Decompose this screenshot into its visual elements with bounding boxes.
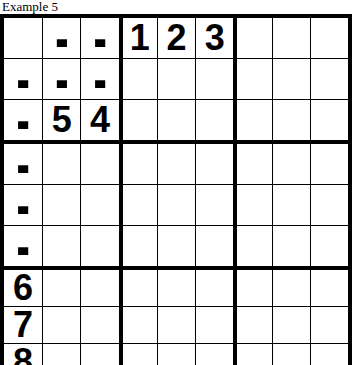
cell-r4c5[interactable] [157,140,195,184]
cell-r6c3[interactable] [80,225,118,266]
cell-r9c5[interactable] [157,343,195,365]
cell-r2c5[interactable] [157,58,195,99]
cell-r5c9[interactable] [310,184,348,225]
cell-r1c5[interactable]: 2 [157,18,195,58]
cell-r3c5[interactable] [157,99,195,140]
cell-r4c3[interactable] [80,140,118,184]
cell-r9c9[interactable] [310,343,348,365]
cell-r3c7[interactable] [233,99,271,140]
cell-r9c3[interactable] [80,343,118,365]
cell-value: 2 [166,20,186,56]
cell-r1c6[interactable]: 3 [195,18,233,58]
cell-value: 8 [13,344,33,365]
cell-r4c8[interactable] [272,140,310,184]
cell-r7c3[interactable] [80,266,118,306]
cell-r8c4[interactable] [119,306,157,343]
cell-r2c6[interactable] [195,58,233,99]
cell-r1c7[interactable] [233,18,271,58]
cell-r9c1[interactable]: 8 [4,343,42,365]
cell-r7c8[interactable] [272,266,310,306]
cell-r2c7[interactable] [233,58,271,99]
cell-r9c2[interactable] [42,343,80,365]
cell-r5c3[interactable] [80,184,118,225]
cell-r2c2[interactable]: - [42,58,80,99]
cell-value: 3 [205,20,225,56]
cell-r7c9[interactable] [310,266,348,306]
cell-r1c4[interactable]: 1 [119,18,157,58]
cell-r4c2[interactable] [42,140,80,184]
cell-r7c4[interactable] [119,266,157,306]
cell-r6c5[interactable] [157,225,195,266]
cell-r6c1[interactable]: - [4,225,42,266]
cell-r5c4[interactable] [119,184,157,225]
cell-r1c9[interactable] [310,18,348,58]
cell-r5c6[interactable] [195,184,233,225]
cell-r3c9[interactable] [310,99,348,140]
cell-r4c7[interactable] [233,140,271,184]
cell-r8c7[interactable] [233,306,271,343]
cell-r8c6[interactable] [195,306,233,343]
sudoku-page: Example 5 --123----54---678 [0,0,352,365]
cell-value: 7 [13,307,33,343]
cell-value: - [16,214,29,278]
cell-r3c8[interactable] [272,99,310,140]
cell-r2c4[interactable] [119,58,157,99]
cell-r8c5[interactable] [157,306,195,343]
cell-r5c2[interactable] [42,184,80,225]
cell-r8c9[interactable] [310,306,348,343]
cell-r9c7[interactable] [233,343,271,365]
cell-r8c8[interactable] [272,306,310,343]
cell-r8c2[interactable] [42,306,80,343]
cell-r2c9[interactable] [310,58,348,99]
cell-r7c7[interactable] [233,266,271,306]
sudoku-board: --123----54---678 [0,14,352,365]
cell-r5c8[interactable] [272,184,310,225]
cell-r5c5[interactable] [157,184,195,225]
cell-r4c9[interactable] [310,140,348,184]
cell-value: - [55,47,68,111]
cell-value: 1 [130,20,150,56]
cell-r7c5[interactable] [157,266,195,306]
cell-r7c2[interactable] [42,266,80,306]
cell-r8c1[interactable]: 7 [4,306,42,343]
page-title: Example 5 [2,0,58,14]
cell-r6c7[interactable] [233,225,271,266]
cell-r6c8[interactable] [272,225,310,266]
cell-r6c9[interactable] [310,225,348,266]
cell-r8c3[interactable] [80,306,118,343]
cell-r2c8[interactable] [272,58,310,99]
cell-r3c4[interactable] [119,99,157,140]
cell-r5c7[interactable] [233,184,271,225]
cell-r9c6[interactable] [195,343,233,365]
cell-value: - [93,47,106,111]
cell-r6c4[interactable] [119,225,157,266]
cell-r3c6[interactable] [195,99,233,140]
cell-r4c6[interactable] [195,140,233,184]
cell-r9c4[interactable] [119,343,157,365]
cell-r1c8[interactable] [272,18,310,58]
cell-r2c3[interactable]: - [80,58,118,99]
cell-r6c6[interactable] [195,225,233,266]
cell-r9c8[interactable] [272,343,310,365]
cell-r6c2[interactable] [42,225,80,266]
cell-r7c6[interactable] [195,266,233,306]
cell-r4c4[interactable] [119,140,157,184]
